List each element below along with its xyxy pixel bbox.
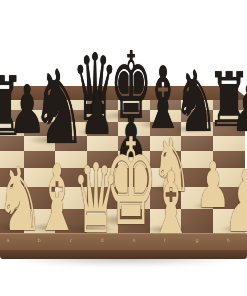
- file-label-d: d: [97, 237, 107, 243]
- board-front-side: [0, 250, 247, 259]
- file-label-f: f: [160, 237, 170, 243]
- chess-set-product-photo: ♜♟♞♛♟♚♟♝♞♜♟♞♝♛♚♞♝♟♟ a b c d e f g h: [0, 0, 247, 296]
- file-label-a: a: [3, 237, 13, 243]
- file-label-h: h: [223, 237, 233, 243]
- file-label-c: c: [66, 237, 76, 243]
- file-label-g: g: [192, 237, 202, 243]
- file-label-b: b: [34, 237, 44, 243]
- file-label-e: e: [129, 237, 139, 243]
